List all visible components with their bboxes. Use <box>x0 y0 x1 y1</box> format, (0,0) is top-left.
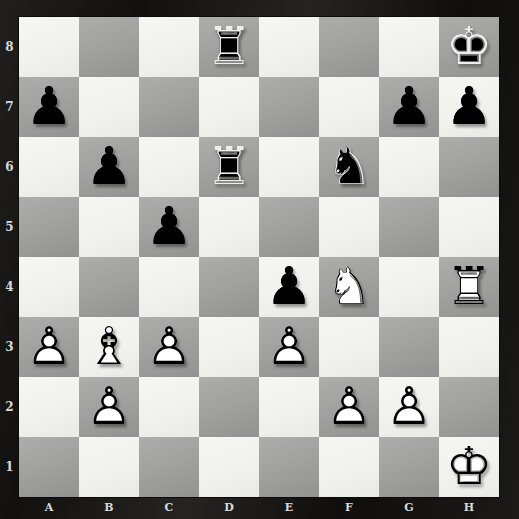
white-pawn-outline-icon: ♙ <box>379 377 439 437</box>
black-king-h8[interactable]: ♚♔ <box>439 17 499 77</box>
square-b3[interactable]: ♝♗ <box>79 317 139 377</box>
white-knight-outline-icon: ♘ <box>319 257 379 317</box>
rank-label-6: 6 <box>0 137 19 197</box>
black-pawn-outline-icon: ♙ <box>259 257 319 317</box>
rank-label-4: 4 <box>0 257 19 317</box>
square-e8[interactable] <box>259 17 319 77</box>
square-d5[interactable] <box>199 197 259 257</box>
white-king-icon: ♚ <box>439 437 499 497</box>
square-c4[interactable] <box>139 257 199 317</box>
square-c3[interactable]: ♟♙ <box>139 317 199 377</box>
square-d1[interactable] <box>199 437 259 497</box>
square-g4[interactable] <box>379 257 439 317</box>
file-labels: ABCDEFGH <box>19 497 499 519</box>
file-label-g: G <box>379 497 439 519</box>
white-pawn-outline-icon: ♙ <box>319 377 379 437</box>
white-king-h1[interactable]: ♚♔ <box>439 437 499 497</box>
white-pawn-c3[interactable]: ♟♙ <box>139 317 199 377</box>
black-king-icon: ♚ <box>439 17 499 77</box>
black-rook-outline-icon: ♖ <box>199 137 259 197</box>
white-knight-icon: ♞ <box>319 257 379 317</box>
black-knight-outline-icon: ♘ <box>319 137 379 197</box>
white-rook-icon: ♜ <box>439 257 499 317</box>
white-pawn-icon: ♟ <box>379 377 439 437</box>
black-pawn-icon: ♟ <box>139 197 199 257</box>
black-knight-f6[interactable]: ♞♘ <box>319 137 379 197</box>
square-a5[interactable] <box>19 197 79 257</box>
square-f7[interactable] <box>319 77 379 137</box>
white-pawn-icon: ♟ <box>319 377 379 437</box>
black-rook-outline-icon: ♖ <box>199 17 259 77</box>
white-pawn-outline-icon: ♙ <box>19 317 79 377</box>
square-a7[interactable]: ♟♙ <box>19 77 79 137</box>
square-f2[interactable]: ♟♙ <box>319 377 379 437</box>
square-h5[interactable] <box>439 197 499 257</box>
square-a2[interactable] <box>19 377 79 437</box>
file-label-e: E <box>259 497 319 519</box>
rank-label-2: 2 <box>0 377 19 437</box>
black-pawn-outline-icon: ♙ <box>19 77 79 137</box>
square-b8[interactable] <box>79 17 139 77</box>
white-king-outline-icon: ♔ <box>439 437 499 497</box>
file-label-c: C <box>139 497 199 519</box>
square-e6[interactable] <box>259 137 319 197</box>
square-e7[interactable] <box>259 77 319 137</box>
white-pawn-g2[interactable]: ♟♙ <box>379 377 439 437</box>
square-g5[interactable] <box>379 197 439 257</box>
rank-labels: 87654321 <box>0 17 19 497</box>
file-label-d: D <box>199 497 259 519</box>
file-label-f: F <box>319 497 379 519</box>
white-pawn-icon: ♟ <box>259 317 319 377</box>
white-pawn-outline-icon: ♙ <box>259 317 319 377</box>
rank-label-5: 5 <box>0 197 19 257</box>
white-bishop-b3[interactable]: ♝♗ <box>79 317 139 377</box>
square-d8[interactable]: ♜♖ <box>199 17 259 77</box>
square-c7[interactable] <box>139 77 199 137</box>
square-e3[interactable]: ♟♙ <box>259 317 319 377</box>
square-f3[interactable] <box>319 317 379 377</box>
chess-diagram: 87654321 ♜♖♚♔♟♙♟♙♟♙♟♙♜♖♞♘♟♙♟♙♞♘♜♖♟♙♝♗♟♙♟… <box>0 0 519 519</box>
black-pawn-h7[interactable]: ♟♙ <box>439 77 499 137</box>
square-g8[interactable] <box>379 17 439 77</box>
square-h6[interactable] <box>439 137 499 197</box>
square-c2[interactable] <box>139 377 199 437</box>
square-d7[interactable] <box>199 77 259 137</box>
black-pawn-g7[interactable]: ♟♙ <box>379 77 439 137</box>
square-h1[interactable]: ♚♔ <box>439 437 499 497</box>
white-rook-h4[interactable]: ♜♖ <box>439 257 499 317</box>
square-e5[interactable] <box>259 197 319 257</box>
white-pawn-icon: ♟ <box>19 317 79 377</box>
black-king-outline-icon: ♔ <box>439 17 499 77</box>
square-b6[interactable]: ♟♙ <box>79 137 139 197</box>
white-bishop-icon: ♝ <box>79 317 139 377</box>
square-a1[interactable] <box>19 437 79 497</box>
square-c8[interactable] <box>139 17 199 77</box>
white-pawn-icon: ♟ <box>139 317 199 377</box>
square-f4[interactable]: ♞♘ <box>319 257 379 317</box>
square-f8[interactable] <box>319 17 379 77</box>
square-f6[interactable]: ♞♘ <box>319 137 379 197</box>
square-b7[interactable] <box>79 77 139 137</box>
white-pawn-b2[interactable]: ♟♙ <box>79 377 139 437</box>
square-h8[interactable]: ♚♔ <box>439 17 499 77</box>
black-pawn-icon: ♟ <box>79 137 139 197</box>
square-d6[interactable]: ♜♖ <box>199 137 259 197</box>
black-pawn-b6[interactable]: ♟♙ <box>79 137 139 197</box>
square-g7[interactable]: ♟♙ <box>379 77 439 137</box>
square-h7[interactable]: ♟♙ <box>439 77 499 137</box>
square-a6[interactable] <box>19 137 79 197</box>
black-pawn-e4[interactable]: ♟♙ <box>259 257 319 317</box>
rank-label-3: 3 <box>0 317 19 377</box>
square-g6[interactable] <box>379 137 439 197</box>
white-pawn-outline-icon: ♙ <box>139 317 199 377</box>
white-pawn-icon: ♟ <box>79 377 139 437</box>
square-e4[interactable]: ♟♙ <box>259 257 319 317</box>
white-rook-outline-icon: ♖ <box>439 257 499 317</box>
square-h2[interactable] <box>439 377 499 437</box>
square-d2[interactable] <box>199 377 259 437</box>
black-rook-d6[interactable]: ♜♖ <box>199 137 259 197</box>
black-rook-d8[interactable]: ♜♖ <box>199 17 259 77</box>
white-pawn-outline-icon: ♙ <box>79 377 139 437</box>
square-h3[interactable] <box>439 317 499 377</box>
white-pawn-e3[interactable]: ♟♙ <box>259 317 319 377</box>
file-label-b: B <box>79 497 139 519</box>
square-a8[interactable] <box>19 17 79 77</box>
rank-label-1: 1 <box>0 437 19 497</box>
file-label-h: H <box>439 497 499 519</box>
square-a4[interactable] <box>19 257 79 317</box>
square-b1[interactable] <box>79 437 139 497</box>
black-pawn-icon: ♟ <box>259 257 319 317</box>
square-b5[interactable] <box>79 197 139 257</box>
square-e1[interactable] <box>259 437 319 497</box>
square-b4[interactable] <box>79 257 139 317</box>
file-label-a: A <box>19 497 79 519</box>
black-rook-icon: ♜ <box>199 137 259 197</box>
square-g3[interactable] <box>379 317 439 377</box>
square-c1[interactable] <box>139 437 199 497</box>
black-pawn-c5[interactable]: ♟♙ <box>139 197 199 257</box>
square-b2[interactable]: ♟♙ <box>79 377 139 437</box>
black-pawn-icon: ♟ <box>19 77 79 137</box>
black-pawn-outline-icon: ♙ <box>139 197 199 257</box>
square-a3[interactable]: ♟♙ <box>19 317 79 377</box>
black-pawn-outline-icon: ♙ <box>79 137 139 197</box>
white-pawn-f2[interactable]: ♟♙ <box>319 377 379 437</box>
rank-label-8: 8 <box>0 17 19 77</box>
black-pawn-outline-icon: ♙ <box>439 77 499 137</box>
black-knight-icon: ♞ <box>319 137 379 197</box>
white-knight-f4[interactable]: ♞♘ <box>319 257 379 317</box>
black-pawn-icon: ♟ <box>439 77 499 137</box>
square-e2[interactable] <box>259 377 319 437</box>
square-f5[interactable] <box>319 197 379 257</box>
square-d3[interactable] <box>199 317 259 377</box>
white-bishop-outline-icon: ♗ <box>79 317 139 377</box>
chess-board: ♜♖♚♔♟♙♟♙♟♙♟♙♜♖♞♘♟♙♟♙♞♘♜♖♟♙♝♗♟♙♟♙♟♙♟♙♟♙♚♔ <box>19 17 499 497</box>
square-g1[interactable] <box>379 437 439 497</box>
rank-label-7: 7 <box>0 77 19 137</box>
square-f1[interactable] <box>319 437 379 497</box>
black-pawn-outline-icon: ♙ <box>379 77 439 137</box>
white-pawn-a3[interactable]: ♟♙ <box>19 317 79 377</box>
black-pawn-a7[interactable]: ♟♙ <box>19 77 79 137</box>
square-c6[interactable] <box>139 137 199 197</box>
square-g2[interactable]: ♟♙ <box>379 377 439 437</box>
black-pawn-icon: ♟ <box>379 77 439 137</box>
square-c5[interactable]: ♟♙ <box>139 197 199 257</box>
square-d4[interactable] <box>199 257 259 317</box>
black-rook-icon: ♜ <box>199 17 259 77</box>
square-h4[interactable]: ♜♖ <box>439 257 499 317</box>
